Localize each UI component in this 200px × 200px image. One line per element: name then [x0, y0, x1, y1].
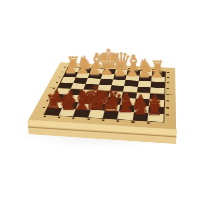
piece-black-rook-a8: ♜ [139, 99, 170, 119]
piece-white-pawn-a2: ♟ [144, 65, 171, 80]
chess-board: ♜♞♝♚♛♝♞♜♟♟♟♟♟♟♟♟♟♟♟♟♟♟♟♟♜♞♝♚♛♝♞♜ [28, 62, 176, 129]
product-photo: ♜♞♝♚♛♝♞♜♟♟♟♟♟♟♟♟♟♟♟♟♟♟♟♟♜♞♝♚♛♝♞♜ [0, 0, 200, 200]
